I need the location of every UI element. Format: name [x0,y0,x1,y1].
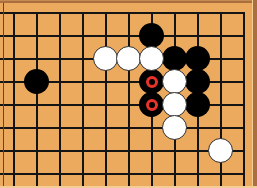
board-bottom-crop-highlight [0,186,257,188]
grid-vline [105,12,107,187]
white-stone [93,46,118,71]
grid-vline [36,12,38,187]
board-right-edge [253,0,257,188]
white-stone [139,46,164,71]
grid-vline [59,12,61,187]
red-circle-marked-black-stone [139,92,164,117]
black-stone [24,69,49,94]
grid-vline [82,12,84,187]
board-top-edge [0,0,257,3]
red-circle-mark-icon [146,99,158,111]
grid-vline [128,12,130,187]
white-stone [162,69,187,94]
white-stone [162,92,187,117]
board-right-edge-line [243,12,245,187]
board-left-crop-line [3,2,4,188]
white-stone [116,46,141,71]
black-stone [139,23,164,48]
black-stone [185,92,210,117]
black-stone [185,46,210,71]
red-circle-marked-black-stone [139,69,164,94]
black-stone [162,46,187,71]
white-stone [162,115,187,140]
go-board-diagram [0,0,257,188]
white-stone [208,138,233,163]
black-stone [185,69,210,94]
grid-vline [13,12,15,187]
red-circle-mark-icon [146,76,158,88]
